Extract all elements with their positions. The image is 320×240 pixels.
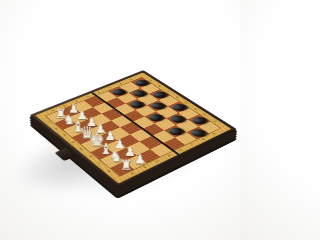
checker-disc <box>166 126 184 136</box>
product-photo-scene: abcdefgh abcdefgh 12345678 12345678 ♜♟♞♟… <box>0 0 240 240</box>
black-checker <box>164 125 186 138</box>
chess-piece-glyph: ♜ <box>118 158 135 172</box>
